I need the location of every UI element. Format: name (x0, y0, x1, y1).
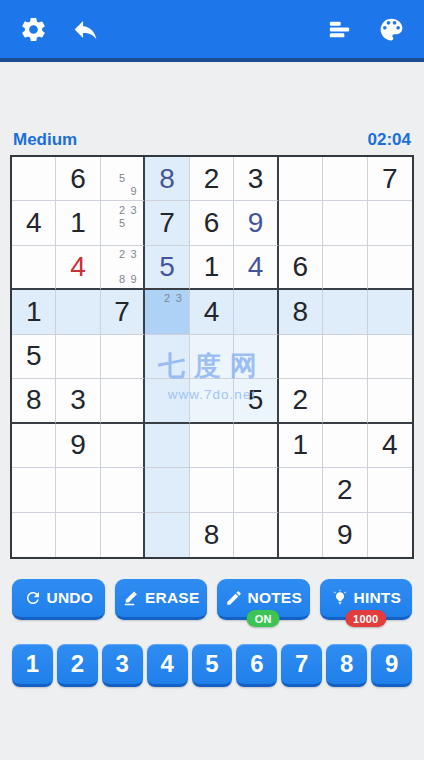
cell-r5c6[interactable] (234, 335, 278, 379)
cell-r6c4[interactable] (145, 379, 189, 423)
cell-r7c7[interactable]: 1 (279, 424, 323, 468)
cell-digit: 2 (337, 476, 353, 504)
cell-digit: 4 (248, 253, 264, 281)
settings-icon (19, 15, 48, 44)
cell-r3c1[interactable] (12, 246, 56, 290)
cell-r9c6[interactable] (234, 513, 278, 557)
palette-icon (377, 15, 406, 44)
cell-digit: 8 (26, 386, 42, 414)
cell-digit: 8 (159, 165, 175, 193)
cell-digit: 2 (204, 165, 220, 193)
cell-digit: 7 (382, 165, 398, 193)
difficulty-label: Medium (13, 130, 77, 150)
cell-r8c6[interactable] (234, 468, 278, 512)
stats-button[interactable] (316, 6, 362, 52)
cell-digit: 2 (293, 386, 309, 414)
toolbar: UNDO ERASE NOTES ON HINTS 1000 (12, 579, 412, 620)
cell-digit: 7 (114, 298, 130, 326)
cell-notes: 23 (145, 290, 188, 333)
cell-r4c9[interactable] (368, 290, 412, 334)
cell-notes: 235 (101, 201, 143, 244)
status-row: Medium 02:04 (13, 129, 411, 150)
numpad-5[interactable]: 5 (192, 644, 233, 687)
cell-r9c8[interactable]: 9 (323, 513, 367, 557)
cell-r3c6[interactable]: 4 (234, 246, 278, 290)
cell-r9c7[interactable] (279, 513, 323, 557)
cell-r2c9[interactable] (368, 201, 412, 245)
cell-r2c2[interactable]: 1 (56, 201, 100, 245)
hints-count-badge: 1000 (345, 610, 386, 627)
settings-button[interactable] (10, 6, 56, 52)
timer: 02:04 (368, 130, 411, 150)
numpad-2[interactable]: 2 (57, 644, 98, 687)
cell-r1c1[interactable] (12, 157, 56, 201)
cell-r4c4[interactable]: 23 (145, 290, 189, 334)
cell-digit: 6 (70, 165, 86, 193)
cell-digit: 7 (159, 209, 175, 237)
cell-r8c8[interactable]: 2 (323, 468, 367, 512)
cell-r1c6[interactable]: 3 (234, 157, 278, 201)
erase-label: ERASE (145, 589, 199, 607)
cell-r3c4[interactable]: 5 (145, 246, 189, 290)
cell-r8c1[interactable] (12, 468, 56, 512)
cell-r7c1[interactable] (12, 424, 56, 468)
cell-digit: 1 (293, 431, 309, 459)
cell-digit: 1 (70, 209, 86, 237)
cell-r1c2[interactable]: 6 (56, 157, 100, 201)
cell-digit: 8 (204, 521, 220, 549)
sudoku-board: 6598237412357694238951461723485835291428… (10, 155, 414, 559)
cell-digit: 4 (26, 209, 42, 237)
cell-r4c1[interactable]: 1 (12, 290, 56, 334)
cell-digit: 4 (382, 431, 398, 459)
undo-label: UNDO (47, 589, 93, 607)
numpad-1[interactable]: 1 (12, 644, 53, 687)
notes-label: NOTES (248, 589, 302, 607)
cell-r8c4[interactable] (145, 468, 189, 512)
cell-r2c8[interactable] (323, 201, 367, 245)
cell-notes: 2389 (101, 246, 143, 288)
numpad-4[interactable]: 4 (147, 644, 188, 687)
cell-r6c9[interactable] (368, 379, 412, 423)
cell-r7c9[interactable]: 4 (368, 424, 412, 468)
cell-r2c5[interactable]: 6 (190, 201, 234, 245)
cell-r6c1[interactable]: 8 (12, 379, 56, 423)
hints-icon (331, 589, 349, 607)
cell-digit: 1 (26, 298, 42, 326)
cell-digit: 4 (70, 253, 86, 281)
cell-r5c7[interactable] (279, 335, 323, 379)
cell-digit: 6 (204, 209, 220, 237)
cell-r1c8[interactable] (323, 157, 367, 201)
cell-digit: 4 (204, 298, 220, 326)
cell-digit: 5 (248, 386, 264, 414)
cell-r6c7[interactable]: 2 (279, 379, 323, 423)
cell-r6c3[interactable] (101, 379, 145, 423)
cell-r9c2[interactable] (56, 513, 100, 557)
cell-digit: 5 (26, 342, 42, 370)
cell-r5c4[interactable] (145, 335, 189, 379)
numpad-8[interactable]: 8 (326, 644, 367, 687)
cell-r5c3[interactable] (101, 335, 145, 379)
numpad: 123456789 (12, 644, 412, 687)
cell-r7c3[interactable] (101, 424, 145, 468)
cell-r1c9[interactable]: 7 (368, 157, 412, 201)
cell-r1c7[interactable] (279, 157, 323, 201)
cell-r3c7[interactable]: 6 (279, 246, 323, 290)
notes-icon (225, 589, 243, 607)
cell-r5c5[interactable] (190, 335, 234, 379)
topbar-left (10, 6, 108, 52)
cell-r2c7[interactable] (279, 201, 323, 245)
cell-r7c4[interactable] (145, 424, 189, 468)
cell-r6c5[interactable] (190, 379, 234, 423)
cell-digit: 8 (293, 298, 309, 326)
numpad-9[interactable]: 9 (371, 644, 412, 687)
palette-button[interactable] (368, 6, 414, 52)
cell-r9c5[interactable]: 8 (190, 513, 234, 557)
cell-r3c3[interactable]: 2389 (101, 246, 145, 290)
cell-digit: 9 (70, 431, 86, 459)
cell-r5c1[interactable]: 5 (12, 335, 56, 379)
board-grid: 6598237412357694238951461723485835291428… (12, 157, 412, 557)
cell-r3c2[interactable]: 4 (56, 246, 100, 290)
cell-r6c8[interactable] (323, 379, 367, 423)
notes-button[interactable]: NOTES ON (217, 579, 310, 620)
cell-digit: 1 (204, 253, 220, 281)
cell-r9c3[interactable] (101, 513, 145, 557)
cell-r3c8[interactable] (323, 246, 367, 290)
topbar (0, 0, 424, 62)
cell-r7c5[interactable] (190, 424, 234, 468)
cell-r3c9[interactable] (368, 246, 412, 290)
topbar-right (316, 6, 414, 52)
numpad-6[interactable]: 6 (236, 644, 277, 687)
cell-notes: 59 (101, 157, 143, 200)
cell-r2c3[interactable]: 235 (101, 201, 145, 245)
cell-digit: 6 (293, 253, 309, 281)
cell-r4c8[interactable] (323, 290, 367, 334)
cell-r1c5[interactable]: 2 (190, 157, 234, 201)
cell-r3c5[interactable]: 1 (190, 246, 234, 290)
numpad-3[interactable]: 3 (102, 644, 143, 687)
cell-r8c5[interactable] (190, 468, 234, 512)
cell-r4c2[interactable] (56, 290, 100, 334)
cell-r9c9[interactable] (368, 513, 412, 557)
cell-r8c3[interactable] (101, 468, 145, 512)
cell-digit: 3 (70, 386, 86, 414)
cell-r8c2[interactable] (56, 468, 100, 512)
cell-r4c6[interactable] (234, 290, 278, 334)
cell-r5c2[interactable] (56, 335, 100, 379)
cell-r9c4[interactable] (145, 513, 189, 557)
erase-icon (122, 589, 140, 607)
cell-r4c7[interactable]: 8 (279, 290, 323, 334)
cell-r6c2[interactable]: 3 (56, 379, 100, 423)
stats-icon (325, 15, 354, 44)
cell-r7c6[interactable] (234, 424, 278, 468)
cell-r4c5[interactable]: 4 (190, 290, 234, 334)
cell-digit: 3 (248, 165, 264, 193)
cell-digit: 9 (337, 521, 353, 549)
cell-digit: 5 (159, 253, 175, 281)
undo-icon (24, 589, 42, 607)
cell-r4c3[interactable]: 7 (101, 290, 145, 334)
cell-r1c3[interactable]: 59 (101, 157, 145, 201)
hints-label: HINTS (354, 589, 402, 607)
back-icon (71, 15, 100, 44)
cell-r2c4[interactable]: 7 (145, 201, 189, 245)
cell-r2c1[interactable]: 4 (12, 201, 56, 245)
cell-r8c7[interactable] (279, 468, 323, 512)
cell-r6c6[interactable]: 5 (234, 379, 278, 423)
cell-r1c4[interactable]: 8 (145, 157, 189, 201)
notes-on-badge: ON (247, 610, 280, 627)
cell-r7c8[interactable] (323, 424, 367, 468)
hints-button[interactable]: HINTS 1000 (320, 579, 413, 620)
cell-r5c8[interactable] (323, 335, 367, 379)
undo-button[interactable]: UNDO (12, 579, 105, 620)
cell-r5c9[interactable] (368, 335, 412, 379)
cell-r7c2[interactable]: 9 (56, 424, 100, 468)
cell-r9c1[interactable] (12, 513, 56, 557)
back-button[interactable] (62, 6, 108, 52)
cell-r8c9[interactable] (368, 468, 412, 512)
erase-button[interactable]: ERASE (115, 579, 208, 620)
cell-digit: 9 (248, 209, 264, 237)
numpad-7[interactable]: 7 (281, 644, 322, 687)
cell-r2c6[interactable]: 9 (234, 201, 278, 245)
